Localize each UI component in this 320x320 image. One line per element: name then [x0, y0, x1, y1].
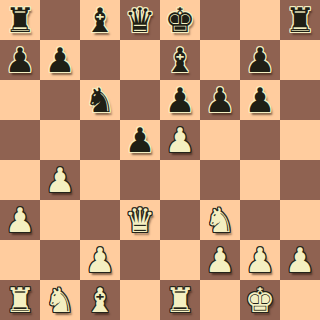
- square-d1[interactable]: [120, 280, 160, 320]
- black-king[interactable]: ♚: [165, 0, 195, 40]
- square-e5[interactable]: ♟: [160, 120, 200, 160]
- square-c1[interactable]: ♝: [80, 280, 120, 320]
- black-pawn[interactable]: ♟: [205, 80, 235, 120]
- square-h4[interactable]: [280, 160, 320, 200]
- white-pawn[interactable]: ♟: [285, 240, 315, 280]
- square-g3[interactable]: [240, 200, 280, 240]
- white-pawn[interactable]: ♟: [165, 120, 195, 160]
- square-e4[interactable]: [160, 160, 200, 200]
- square-e2[interactable]: [160, 240, 200, 280]
- square-e7[interactable]: ♝: [160, 40, 200, 80]
- square-d6[interactable]: [120, 80, 160, 120]
- white-bishop[interactable]: ♝: [85, 280, 115, 320]
- black-bishop[interactable]: ♝: [85, 0, 115, 40]
- square-g8[interactable]: [240, 0, 280, 40]
- square-f6[interactable]: ♟: [200, 80, 240, 120]
- square-c7[interactable]: [80, 40, 120, 80]
- square-h3[interactable]: [280, 200, 320, 240]
- white-knight[interactable]: ♞: [45, 280, 75, 320]
- square-f2[interactable]: ♟: [200, 240, 240, 280]
- square-d5[interactable]: ♟: [120, 120, 160, 160]
- square-c3[interactable]: [80, 200, 120, 240]
- white-rook[interactable]: ♜: [5, 280, 35, 320]
- black-pawn[interactable]: ♟: [125, 120, 155, 160]
- white-pawn[interactable]: ♟: [45, 160, 75, 200]
- square-b8[interactable]: [40, 0, 80, 40]
- square-g1[interactable]: ♚: [240, 280, 280, 320]
- square-a4[interactable]: [0, 160, 40, 200]
- white-pawn[interactable]: ♟: [85, 240, 115, 280]
- square-e1[interactable]: ♜: [160, 280, 200, 320]
- white-pawn[interactable]: ♟: [245, 240, 275, 280]
- square-c6[interactable]: ♞: [80, 80, 120, 120]
- black-pawn[interactable]: ♟: [165, 80, 195, 120]
- square-d4[interactable]: [120, 160, 160, 200]
- square-h2[interactable]: ♟: [280, 240, 320, 280]
- square-a1[interactable]: ♜: [0, 280, 40, 320]
- white-knight[interactable]: ♞: [205, 200, 235, 240]
- square-d2[interactable]: [120, 240, 160, 280]
- square-d3[interactable]: ♛: [120, 200, 160, 240]
- square-b3[interactable]: [40, 200, 80, 240]
- square-f8[interactable]: [200, 0, 240, 40]
- square-f7[interactable]: [200, 40, 240, 80]
- square-c8[interactable]: ♝: [80, 0, 120, 40]
- square-h1[interactable]: [280, 280, 320, 320]
- square-a2[interactable]: [0, 240, 40, 280]
- black-pawn[interactable]: ♟: [245, 80, 275, 120]
- black-knight[interactable]: ♞: [85, 80, 115, 120]
- square-a3[interactable]: ♟: [0, 200, 40, 240]
- square-c5[interactable]: [80, 120, 120, 160]
- square-g6[interactable]: ♟: [240, 80, 280, 120]
- square-b6[interactable]: [40, 80, 80, 120]
- white-king[interactable]: ♚: [245, 280, 275, 320]
- square-f5[interactable]: [200, 120, 240, 160]
- square-g5[interactable]: [240, 120, 280, 160]
- square-h8[interactable]: ♜: [280, 0, 320, 40]
- square-b4[interactable]: ♟: [40, 160, 80, 200]
- square-d7[interactable]: [120, 40, 160, 80]
- square-a8[interactable]: ♜: [0, 0, 40, 40]
- square-f3[interactable]: ♞: [200, 200, 240, 240]
- white-pawn[interactable]: ♟: [205, 240, 235, 280]
- square-h7[interactable]: [280, 40, 320, 80]
- square-h5[interactable]: [280, 120, 320, 160]
- square-g2[interactable]: ♟: [240, 240, 280, 280]
- square-c2[interactable]: ♟: [80, 240, 120, 280]
- chess-board: ♜♝♛♚♜♟♟♝♟♞♟♟♟♟♟♟♟♛♞♟♟♟♟♜♞♝♜♚: [0, 0, 320, 320]
- square-e3[interactable]: [160, 200, 200, 240]
- black-pawn[interactable]: ♟: [245, 40, 275, 80]
- square-a7[interactable]: ♟: [0, 40, 40, 80]
- square-e6[interactable]: ♟: [160, 80, 200, 120]
- white-pawn[interactable]: ♟: [5, 200, 35, 240]
- white-queen[interactable]: ♛: [125, 200, 155, 240]
- square-b7[interactable]: ♟: [40, 40, 80, 80]
- square-e8[interactable]: ♚: [160, 0, 200, 40]
- square-c4[interactable]: [80, 160, 120, 200]
- square-b5[interactable]: [40, 120, 80, 160]
- square-d8[interactable]: ♛: [120, 0, 160, 40]
- black-pawn[interactable]: ♟: [5, 40, 35, 80]
- square-f4[interactable]: [200, 160, 240, 200]
- black-pawn[interactable]: ♟: [45, 40, 75, 80]
- black-queen[interactable]: ♛: [125, 0, 155, 40]
- square-a5[interactable]: [0, 120, 40, 160]
- square-h6[interactable]: [280, 80, 320, 120]
- square-a6[interactable]: [0, 80, 40, 120]
- square-f1[interactable]: [200, 280, 240, 320]
- square-b1[interactable]: ♞: [40, 280, 80, 320]
- black-rook[interactable]: ♜: [5, 0, 35, 40]
- square-g4[interactable]: [240, 160, 280, 200]
- square-g7[interactable]: ♟: [240, 40, 280, 80]
- black-rook[interactable]: ♜: [285, 0, 315, 40]
- square-b2[interactable]: [40, 240, 80, 280]
- black-bishop[interactable]: ♝: [165, 40, 195, 80]
- white-rook[interactable]: ♜: [165, 280, 195, 320]
